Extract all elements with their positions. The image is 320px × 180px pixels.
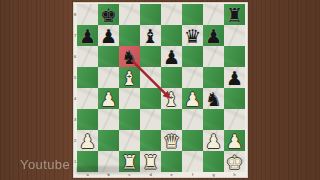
square-d6[interactable] [140,46,161,67]
piece-black-king[interactable]: ♚ [98,4,119,25]
square-d8[interactable] [140,4,161,25]
square-h8[interactable]: ♜ [224,4,245,25]
piece-black-bishop[interactable]: ♝ [140,25,161,46]
square-h1[interactable]: ♚ [224,151,245,172]
square-g3[interactable] [203,109,224,130]
square-g1[interactable] [203,151,224,172]
square-b7[interactable]: ♟ [98,25,119,46]
piece-white-bishop[interactable]: ♝ [119,67,140,88]
piece-black-knight[interactable]: ♞ [203,88,224,109]
board-grid: ♚♜♟♟♝♛♟♞♟♝♟♟♝♟♞♟♛♟♟♜♜♚ [77,4,245,172]
square-d3[interactable] [140,109,161,130]
square-c5[interactable]: ♝ [119,67,140,88]
square-b3[interactable] [98,109,119,130]
square-h5[interactable]: ♟ [224,67,245,88]
piece-black-queen[interactable]: ♛ [182,25,203,46]
square-d7[interactable]: ♝ [140,25,161,46]
piece-white-pawn[interactable]: ♟ [182,88,203,109]
square-e2[interactable]: ♛ [161,130,182,151]
square-c7[interactable] [119,25,140,46]
square-f6[interactable] [182,46,203,67]
square-g2[interactable]: ♟ [203,130,224,151]
square-f3[interactable] [182,109,203,130]
piece-white-pawn[interactable]: ♟ [203,130,224,151]
square-a7[interactable]: ♟ [77,25,98,46]
piece-black-rook[interactable]: ♜ [224,4,245,25]
square-g6[interactable] [203,46,224,67]
square-c4[interactable] [119,88,140,109]
square-h6[interactable] [224,46,245,67]
square-g4[interactable]: ♞ [203,88,224,109]
piece-black-pawn[interactable]: ♟ [161,46,182,67]
square-g7[interactable]: ♟ [203,25,224,46]
square-f8[interactable] [182,4,203,25]
square-b4[interactable]: ♟ [98,88,119,109]
piece-white-king[interactable]: ♚ [224,151,245,172]
square-a5[interactable] [77,67,98,88]
piece-white-queen[interactable]: ♛ [161,130,182,151]
square-g8[interactable] [203,4,224,25]
piece-black-pawn[interactable]: ♟ [203,25,224,46]
square-b6[interactable] [98,46,119,67]
square-a2[interactable]: ♟ [77,130,98,151]
piece-black-pawn[interactable]: ♟ [224,67,245,88]
square-d2[interactable] [140,130,161,151]
square-a8[interactable] [77,4,98,25]
square-e7[interactable] [161,25,182,46]
square-e4[interactable]: ♝ [161,88,182,109]
watermark-faint-continuation [76,166,190,174]
file-label-h: h [224,172,245,178]
square-b8[interactable]: ♚ [98,4,119,25]
square-b5[interactable] [98,67,119,88]
thumbnail-background: 87654321 ♚♜♟♟♝♛♟♞♟♝♟♟♝♟♞♟♛♟♟♜♜♚ abcdefgh… [0,0,320,180]
square-e3[interactable] [161,109,182,130]
square-a4[interactable] [77,88,98,109]
square-f5[interactable] [182,67,203,88]
square-c3[interactable] [119,109,140,130]
square-e5[interactable] [161,67,182,88]
piece-white-pawn[interactable]: ♟ [77,130,98,151]
watermark: Youtube [20,157,70,172]
piece-black-pawn[interactable]: ♟ [98,25,119,46]
square-d5[interactable] [140,67,161,88]
square-a6[interactable] [77,46,98,67]
piece-white-bishop[interactable]: ♝ [161,88,182,109]
square-b2[interactable] [98,130,119,151]
file-label-g: g [203,172,224,178]
piece-white-pawn[interactable]: ♟ [98,88,119,109]
square-a3[interactable] [77,109,98,130]
square-h7[interactable] [224,25,245,46]
square-f7[interactable]: ♛ [182,25,203,46]
square-g5[interactable] [203,67,224,88]
square-h4[interactable] [224,88,245,109]
square-c6[interactable]: ♞ [119,46,140,67]
piece-black-knight[interactable]: ♞ [119,46,140,67]
square-e8[interactable] [161,4,182,25]
square-e6[interactable]: ♟ [161,46,182,67]
square-f4[interactable]: ♟ [182,88,203,109]
piece-black-pawn[interactable]: ♟ [77,25,98,46]
square-h2[interactable]: ♟ [224,130,245,151]
piece-white-pawn[interactable]: ♟ [224,130,245,151]
square-f2[interactable] [182,130,203,151]
square-d4[interactable] [140,88,161,109]
square-c8[interactable] [119,4,140,25]
square-h3[interactable] [224,109,245,130]
square-c2[interactable] [119,130,140,151]
chess-board: 87654321 ♚♜♟♟♝♛♟♞♟♝♟♟♝♟♞♟♛♟♟♜♜♚ abcdefgh [73,2,248,178]
